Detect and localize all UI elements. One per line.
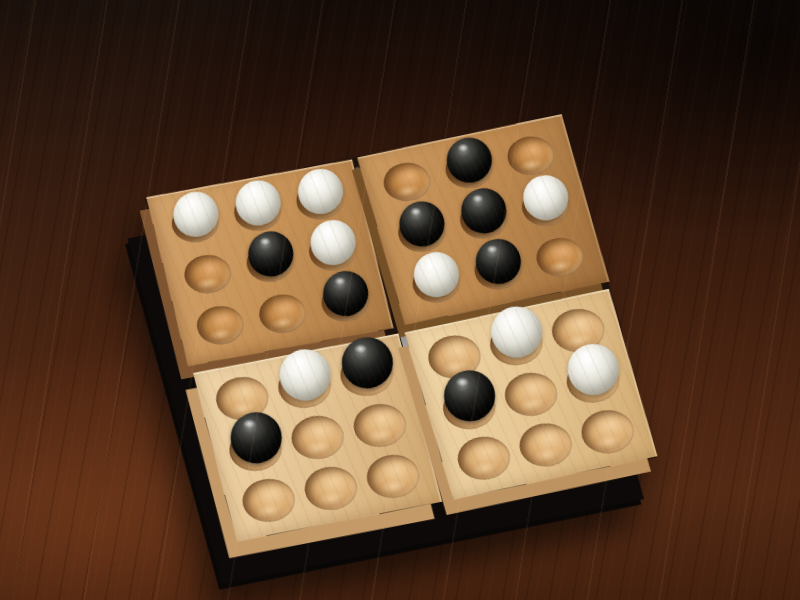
black-marble <box>247 231 293 277</box>
white-marble <box>522 175 568 220</box>
marble-recess <box>453 432 516 484</box>
board-grid <box>145 115 657 542</box>
white-marble <box>297 168 343 214</box>
marble-recess <box>287 412 349 464</box>
black-marble <box>341 337 393 388</box>
black-marble <box>475 239 521 284</box>
marble-recess <box>349 400 411 452</box>
white-marble <box>279 349 331 400</box>
marble-recess <box>300 463 362 515</box>
marble-recess <box>503 133 559 179</box>
cell-r6c6[interactable] <box>569 400 646 464</box>
marble-recess <box>532 234 588 280</box>
marble-recess <box>255 291 309 336</box>
pentago-board <box>145 115 657 542</box>
marble-recess <box>379 159 435 205</box>
white-marble <box>567 343 619 395</box>
black-marble <box>322 270 368 316</box>
black-marble <box>460 188 506 233</box>
black-marble <box>443 370 495 422</box>
black-marble <box>230 412 282 463</box>
white-marble <box>490 306 542 358</box>
marble-recess <box>180 251 234 296</box>
marble-recess <box>514 419 577 471</box>
marble-recess <box>362 451 424 503</box>
table-surface <box>0 0 800 600</box>
marble-recess <box>500 368 563 420</box>
marble-recess <box>576 406 639 458</box>
white-marble <box>309 219 355 265</box>
cell-r3c3[interactable] <box>307 271 382 334</box>
marble-recess <box>238 475 300 527</box>
black-marble <box>446 137 492 182</box>
cell-r6c3[interactable] <box>355 445 430 508</box>
quadrant-bottom-right[interactable] <box>405 289 658 500</box>
white-marble <box>235 180 281 226</box>
quadrant-top-right[interactable] <box>357 114 609 325</box>
cell-r3c6[interactable] <box>522 225 598 289</box>
black-marble <box>399 201 445 246</box>
white-marble <box>172 191 218 237</box>
marble-recess <box>193 302 247 347</box>
quadrant-top-left[interactable] <box>146 159 393 366</box>
quadrant-bottom-left[interactable] <box>193 333 442 541</box>
white-marble <box>413 252 459 297</box>
